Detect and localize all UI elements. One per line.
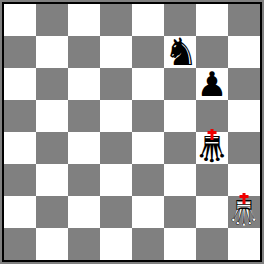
piece-black-royal-grasshopper-g4[interactable]: ♛	[196, 132, 228, 164]
square-b2[interactable]	[36, 196, 68, 228]
square-h6[interactable]	[228, 68, 260, 100]
square-e5[interactable]	[132, 100, 164, 132]
square-a8[interactable]	[4, 4, 36, 36]
square-d3[interactable]	[100, 164, 132, 196]
square-a7[interactable]	[4, 36, 36, 68]
square-b6[interactable]	[36, 68, 68, 100]
square-f3[interactable]	[164, 164, 196, 196]
square-f6[interactable]	[164, 68, 196, 100]
square-e6[interactable]	[132, 68, 164, 100]
square-d2[interactable]	[100, 196, 132, 228]
square-e3[interactable]	[132, 164, 164, 196]
square-e7[interactable]	[132, 36, 164, 68]
square-c8[interactable]	[68, 4, 100, 36]
square-c2[interactable]	[68, 196, 100, 228]
square-d1[interactable]	[100, 228, 132, 260]
royal-cross-icon	[243, 193, 246, 204]
square-c1[interactable]	[68, 228, 100, 260]
square-c4[interactable]	[68, 132, 100, 164]
piece-black-pawn-g6[interactable]: ♟	[196, 68, 228, 100]
square-d7[interactable]	[100, 36, 132, 68]
square-f1[interactable]	[164, 228, 196, 260]
black-knight-glyph: ♞	[164, 36, 196, 68]
board: ♞♟♛♛♕	[4, 4, 260, 260]
royal-cross-icon	[211, 129, 214, 140]
board-border: ♞♟♛♛♕	[2, 2, 262, 262]
square-a4[interactable]	[4, 132, 36, 164]
square-d8[interactable]	[100, 4, 132, 36]
square-f5[interactable]	[164, 100, 196, 132]
square-d6[interactable]	[100, 68, 132, 100]
square-a3[interactable]	[4, 164, 36, 196]
square-b8[interactable]	[36, 4, 68, 36]
square-c6[interactable]	[68, 68, 100, 100]
square-f7[interactable]: ♞	[164, 36, 196, 68]
square-b4[interactable]	[36, 132, 68, 164]
square-c5[interactable]	[68, 100, 100, 132]
square-c7[interactable]	[68, 36, 100, 68]
square-g2[interactable]	[196, 196, 228, 228]
square-d4[interactable]	[100, 132, 132, 164]
square-e4[interactable]	[132, 132, 164, 164]
square-h7[interactable]	[228, 36, 260, 68]
square-e1[interactable]	[132, 228, 164, 260]
square-h5[interactable]	[228, 100, 260, 132]
square-b5[interactable]	[36, 100, 68, 132]
square-h4[interactable]	[228, 132, 260, 164]
square-d5[interactable]	[100, 100, 132, 132]
square-g4[interactable]: ♛	[196, 132, 228, 164]
square-a1[interactable]	[4, 228, 36, 260]
square-b7[interactable]	[36, 36, 68, 68]
square-a2[interactable]	[4, 196, 36, 228]
piece-white-royal-grasshopper-h2[interactable]: ♛♕	[228, 196, 260, 228]
piece-black-knight-f7[interactable]: ♞	[164, 36, 196, 68]
square-h8[interactable]	[228, 4, 260, 36]
square-a5[interactable]	[4, 100, 36, 132]
square-g8[interactable]	[196, 4, 228, 36]
square-g1[interactable]	[196, 228, 228, 260]
square-g6[interactable]: ♟	[196, 68, 228, 100]
board-frame: ♞♟♛♛♕	[0, 0, 264, 264]
black-pawn-glyph: ♟	[196, 68, 228, 100]
square-b1[interactable]	[36, 228, 68, 260]
square-f4[interactable]	[164, 132, 196, 164]
square-e2[interactable]	[132, 196, 164, 228]
square-f2[interactable]	[164, 196, 196, 228]
square-a6[interactable]	[4, 68, 36, 100]
square-e8[interactable]	[132, 4, 164, 36]
square-b3[interactable]	[36, 164, 68, 196]
square-c3[interactable]	[68, 164, 100, 196]
square-h2[interactable]: ♛♕	[228, 196, 260, 228]
